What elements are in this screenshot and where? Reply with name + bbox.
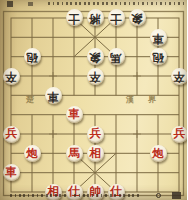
board-point-h0[interactable] bbox=[148, 8, 169, 27]
piece-black-soldier-e3[interactable]: 卒 bbox=[87, 68, 104, 85]
board-point-h6[interactable] bbox=[148, 124, 169, 143]
board-point-f4[interactable] bbox=[106, 86, 127, 105]
piece-black-elephant-e2[interactable]: 象 bbox=[87, 48, 104, 65]
board-point-c5[interactable] bbox=[43, 105, 64, 124]
board-point-c7[interactable] bbox=[43, 144, 64, 163]
piece-glyph: 車 bbox=[152, 32, 164, 44]
bottom-caption-text-right bbox=[74, 194, 140, 197]
board-point-i0[interactable] bbox=[169, 8, 188, 27]
piece-red-soldier-e6[interactable]: 兵 bbox=[87, 126, 104, 143]
piece-glyph: 炮 bbox=[26, 148, 38, 160]
piece-red-elephant-e7[interactable]: 相 bbox=[87, 145, 104, 162]
board-point-e1[interactable] bbox=[85, 28, 106, 47]
board-point-b4[interactable] bbox=[22, 86, 43, 105]
piece-red-chariot-d5[interactable]: 車 bbox=[66, 106, 83, 123]
board-point-f3[interactable] bbox=[106, 66, 127, 85]
board-point-c0[interactable] bbox=[43, 8, 64, 27]
piece-red-horse-d7[interactable]: 馬 bbox=[66, 145, 83, 162]
board-point-e3[interactable]: 卒 bbox=[85, 66, 106, 85]
board-point-f1[interactable] bbox=[106, 28, 127, 47]
board-point-b3[interactable] bbox=[22, 66, 43, 85]
piece-glyph: 車 bbox=[5, 167, 17, 179]
piece-glyph: 將 bbox=[89, 12, 101, 24]
piece-black-cannon-h2[interactable]: 砲 bbox=[150, 48, 167, 65]
board-point-e7[interactable]: 相 bbox=[85, 144, 106, 163]
board-point-c2[interactable] bbox=[43, 47, 64, 66]
piece-glyph: 士 bbox=[110, 12, 122, 24]
piece-black-chariot-c4[interactable]: 車 bbox=[45, 87, 62, 104]
piece-glyph: 士 bbox=[68, 12, 80, 24]
piece-glyph: 相 bbox=[89, 148, 101, 160]
piece-glyph: 炮 bbox=[152, 148, 164, 160]
board-point-e2[interactable]: 象 bbox=[85, 47, 106, 66]
board-point-b1[interactable] bbox=[22, 28, 43, 47]
board-point-a7[interactable] bbox=[1, 144, 22, 163]
board-point-a0[interactable] bbox=[1, 8, 22, 27]
board-point-g2[interactable] bbox=[127, 47, 148, 66]
board-point-a1[interactable] bbox=[1, 28, 22, 47]
board-point-g6[interactable] bbox=[127, 124, 148, 143]
board-point-e5[interactable] bbox=[85, 105, 106, 124]
board-point-d7[interactable]: 馬 bbox=[64, 144, 85, 163]
piece-red-chariot-a8[interactable]: 車 bbox=[3, 164, 20, 181]
board-point-i4[interactable] bbox=[169, 86, 188, 105]
board-point-a3[interactable]: 卒 bbox=[1, 66, 22, 85]
board-point-a4[interactable] bbox=[1, 86, 22, 105]
bottom-caption-strip bbox=[0, 191, 187, 200]
board-point-b2[interactable]: 砲 bbox=[22, 47, 43, 66]
board-point-h2[interactable]: 砲 bbox=[148, 47, 169, 66]
piece-red-cannon-h7[interactable]: 炮 bbox=[150, 145, 167, 162]
bottom-caption-text-left bbox=[10, 194, 68, 197]
board-point-h5[interactable] bbox=[148, 105, 169, 124]
piece-red-cannon-b7[interactable]: 炮 bbox=[24, 145, 41, 162]
board-point-g0[interactable]: 象 bbox=[127, 8, 148, 27]
board-point-a8[interactable]: 車 bbox=[1, 163, 22, 182]
board-point-a2[interactable] bbox=[1, 47, 22, 66]
piece-glyph: 兵 bbox=[173, 128, 185, 140]
piece-black-soldier-i3[interactable]: 卒 bbox=[171, 68, 188, 85]
piece-glyph: 卒 bbox=[5, 70, 17, 82]
piece-glyph: 卒 bbox=[173, 70, 185, 82]
board-point-d4[interactable] bbox=[64, 86, 85, 105]
board-point-h7[interactable]: 炮 bbox=[148, 144, 169, 163]
board-point-d0[interactable]: 士 bbox=[64, 8, 85, 27]
board-point-h1[interactable]: 車 bbox=[148, 28, 169, 47]
board-point-c6[interactable] bbox=[43, 124, 64, 143]
board-point-e4[interactable] bbox=[85, 86, 106, 105]
board-point-b8[interactable] bbox=[22, 163, 43, 182]
board-point-i8[interactable] bbox=[169, 163, 188, 182]
piece-black-cannon-b2[interactable]: 砲 bbox=[24, 48, 41, 65]
board-point-g7[interactable] bbox=[127, 144, 148, 163]
board-point-h4[interactable] bbox=[148, 86, 169, 105]
piece-black-advisor-d0[interactable]: 士 bbox=[66, 9, 83, 26]
board-point-g5[interactable] bbox=[127, 105, 148, 124]
board-point-i5[interactable] bbox=[169, 105, 188, 124]
piece-glyph: 車 bbox=[68, 109, 80, 121]
piece-glyph: 砲 bbox=[152, 51, 164, 63]
board-point-i2[interactable] bbox=[169, 47, 188, 66]
piece-glyph: 馬 bbox=[68, 148, 80, 160]
board-point-b5[interactable] bbox=[22, 105, 43, 124]
board-point-e6[interactable]: 兵 bbox=[85, 124, 106, 143]
bottom-right-stamp bbox=[172, 192, 181, 199]
piece-glyph: 兵 bbox=[5, 128, 17, 140]
board-point-g1[interactable] bbox=[127, 28, 148, 47]
board-point-f6[interactable] bbox=[106, 124, 127, 143]
board-point-h8[interactable] bbox=[148, 163, 169, 182]
board-point-g4[interactable] bbox=[127, 86, 148, 105]
board-point-b6[interactable] bbox=[22, 124, 43, 143]
bottom-circle-mark bbox=[156, 193, 161, 198]
board-point-d3[interactable] bbox=[64, 66, 85, 85]
piece-black-elephant-g0[interactable]: 象 bbox=[129, 9, 146, 26]
board-point-g8[interactable] bbox=[127, 163, 148, 182]
xiangqi-board[interactable]: 士將士象車砲象馬砲卒卒卒車車兵兵兵炮馬相炮車相仕帥仕 bbox=[1, 8, 188, 200]
board-point-c8[interactable] bbox=[43, 163, 64, 182]
board-point-d6[interactable] bbox=[64, 124, 85, 143]
board-point-c4[interactable]: 車 bbox=[43, 86, 64, 105]
board-point-i6[interactable]: 兵 bbox=[169, 124, 188, 143]
board-point-e8[interactable] bbox=[85, 163, 106, 182]
board-point-b0[interactable] bbox=[22, 8, 43, 27]
piece-glyph: 砲 bbox=[26, 51, 38, 63]
board-point-d8[interactable] bbox=[64, 163, 85, 182]
board-point-c3[interactable] bbox=[43, 66, 64, 85]
piece-black-soldier-a3[interactable]: 卒 bbox=[3, 68, 20, 85]
piece-red-soldier-a6[interactable]: 兵 bbox=[3, 126, 20, 143]
board-point-d2[interactable] bbox=[64, 47, 85, 66]
board-point-c1[interactable] bbox=[43, 28, 64, 47]
board-point-f2[interactable]: 馬 bbox=[106, 47, 127, 66]
board-point-f8[interactable] bbox=[106, 163, 127, 182]
board-point-f0[interactable]: 士 bbox=[106, 8, 127, 27]
piece-glyph: 象 bbox=[89, 51, 101, 63]
piece-black-horse-f2[interactable]: 馬 bbox=[108, 48, 125, 65]
piece-glyph: 卒 bbox=[89, 70, 101, 82]
piece-glyph: 車 bbox=[47, 90, 59, 102]
piece-black-general-e0[interactable]: 將 bbox=[87, 9, 104, 26]
board-point-f5[interactable] bbox=[106, 105, 127, 124]
board-point-a5[interactable] bbox=[1, 105, 22, 124]
board-point-i7[interactable] bbox=[169, 144, 188, 163]
board-point-d1[interactable] bbox=[64, 28, 85, 47]
board-point-e0[interactable]: 將 bbox=[85, 8, 106, 27]
board-point-i3[interactable]: 卒 bbox=[169, 66, 188, 85]
piece-black-advisor-f0[interactable]: 士 bbox=[108, 9, 125, 26]
xiangqi-photo: 楚河 漢界 士將士象車砲象馬砲卒卒卒車車兵兵兵炮馬相炮車相仕帥仕 bbox=[0, 0, 187, 200]
piece-glyph: 兵 bbox=[89, 128, 101, 140]
piece-glyph: 馬 bbox=[110, 51, 122, 63]
board-point-b7[interactable]: 炮 bbox=[22, 144, 43, 163]
piece-red-soldier-i6[interactable]: 兵 bbox=[171, 126, 188, 143]
board-point-g3[interactable] bbox=[127, 66, 148, 85]
board-point-h3[interactable] bbox=[148, 66, 169, 85]
board-point-d5[interactable]: 車 bbox=[64, 105, 85, 124]
piece-black-chariot-h1[interactable]: 車 bbox=[150, 29, 167, 46]
board-point-i1[interactable] bbox=[169, 28, 188, 47]
piece-glyph: 象 bbox=[131, 12, 143, 24]
board-point-f7[interactable] bbox=[106, 144, 127, 163]
board-point-a6[interactable]: 兵 bbox=[1, 124, 22, 143]
